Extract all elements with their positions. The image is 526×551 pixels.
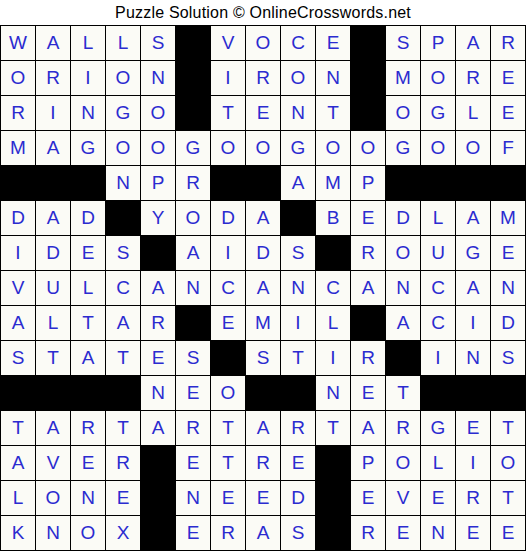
grid-cell: A (351, 271, 386, 306)
grid-cell: R (106, 446, 141, 481)
grid-cell-black (491, 166, 526, 201)
grid-cell-black (141, 236, 176, 271)
grid-cell: R (351, 341, 386, 376)
grid-cell-black (351, 306, 386, 341)
grid-cell-black (421, 166, 456, 201)
grid-cell: O (421, 61, 456, 96)
grid-cell-black (281, 201, 316, 236)
grid-cell: A (36, 201, 71, 236)
grid-cell: G (106, 96, 141, 131)
grid-cell: A (246, 201, 281, 236)
grid-cell: N (106, 166, 141, 201)
grid-cell: I (211, 236, 246, 271)
grid-cell: M (1, 131, 36, 166)
grid-cell: E (176, 376, 211, 411)
grid-cell-black (106, 376, 141, 411)
grid-cell: N (281, 271, 316, 306)
grid-cell: U (421, 236, 456, 271)
grid-cell: N (491, 271, 526, 306)
grid-cell: G (386, 131, 421, 166)
grid-cell-black (36, 166, 71, 201)
grid-cell-black (71, 166, 106, 201)
grid-cell: T (386, 376, 421, 411)
grid-cell: L (421, 446, 456, 481)
grid-cell: O (246, 26, 281, 61)
grid-cell: N (316, 376, 351, 411)
grid-cell: R (141, 306, 176, 341)
grid-cell: L (456, 96, 491, 131)
grid-cell: M (386, 61, 421, 96)
grid-cell: F (491, 131, 526, 166)
grid-cell: S (491, 341, 526, 376)
grid-cell: I (211, 61, 246, 96)
grid-cell-black (316, 481, 351, 516)
grid-cell: L (421, 201, 456, 236)
grid-cell: E (491, 61, 526, 96)
grid-cell: D (386, 201, 421, 236)
grid-cell: N (421, 516, 456, 551)
grid-cell: E (456, 516, 491, 551)
grid-cell: U (36, 271, 71, 306)
grid-cell: A (456, 201, 491, 236)
grid-cell: E (456, 411, 491, 446)
grid-cell: A (71, 341, 106, 376)
grid-cell-black (176, 26, 211, 61)
grid-cell: M (246, 306, 281, 341)
grid-cell: M (491, 201, 526, 236)
grid-cell: A (36, 131, 71, 166)
grid-cell: V (1, 271, 36, 306)
grid-cell: O (421, 131, 456, 166)
grid-cell: E (71, 446, 106, 481)
grid-cell: O (491, 446, 526, 481)
grid-cell: E (491, 516, 526, 551)
grid-cell: P (351, 446, 386, 481)
grid-cell: E (141, 341, 176, 376)
grid-cell: V (36, 446, 71, 481)
grid-cell: O (141, 131, 176, 166)
grid-cell-black (316, 446, 351, 481)
grid-cell: N (71, 96, 106, 131)
grid-cell: I (71, 61, 106, 96)
grid-cell: P (351, 166, 386, 201)
grid-cell: E (246, 481, 281, 516)
grid-cell: O (211, 131, 246, 166)
grid-cell: R (176, 411, 211, 446)
page-title: Puzzle Solution © OnlineCrosswords.net (0, 0, 526, 25)
grid-cell: N (316, 61, 351, 96)
grid-cell: A (106, 306, 141, 341)
grid-cell: R (491, 26, 526, 61)
grid-cell: E (211, 306, 246, 341)
grid-cell: N (176, 271, 211, 306)
grid-cell: I (281, 306, 316, 341)
grid-cell: N (36, 516, 71, 551)
grid-cell: V (211, 26, 246, 61)
grid-cell: E (386, 516, 421, 551)
grid-cell: I (1, 236, 36, 271)
grid-cell-black (141, 481, 176, 516)
grid-cell: O (281, 61, 316, 96)
grid-cell: I (316, 341, 351, 376)
grid-cell: T (211, 411, 246, 446)
grid-cell: M (316, 166, 351, 201)
grid-cell: R (246, 61, 281, 96)
grid-cell: G (456, 236, 491, 271)
grid-cell: R (36, 61, 71, 96)
grid-cell: P (141, 166, 176, 201)
grid-cell: R (351, 516, 386, 551)
grid-cell: E (246, 96, 281, 131)
grid-cell: S (106, 236, 141, 271)
grid-cell: T (36, 341, 71, 376)
grid-cell-black (246, 376, 281, 411)
grid-cell-black (316, 236, 351, 271)
grid-cell: A (246, 516, 281, 551)
grid-cell: E (316, 26, 351, 61)
grid-cell: L (71, 26, 106, 61)
grid-cell: O (211, 376, 246, 411)
grid-cell: R (1, 96, 36, 131)
grid-cell: A (36, 411, 71, 446)
grid-cell: L (1, 481, 36, 516)
grid-cell-black (386, 166, 421, 201)
grid-cell: I (36, 96, 71, 131)
grid-cell: O (316, 131, 351, 166)
grid-cell: S (281, 516, 316, 551)
grid-cell: I (456, 446, 491, 481)
grid-cell-black (71, 376, 106, 411)
grid-cell-black (351, 61, 386, 96)
grid-cell: C (421, 271, 456, 306)
grid-cell: R (176, 166, 211, 201)
grid-cell: E (176, 516, 211, 551)
grid-cell: A (456, 26, 491, 61)
grid-cell: A (281, 166, 316, 201)
grid-cell: E (491, 96, 526, 131)
puzzle-solution-page: Puzzle Solution © OnlineCrosswords.net W… (0, 0, 526, 551)
grid-cell: L (36, 306, 71, 341)
grid-cell: N (176, 481, 211, 516)
grid-cell: D (71, 201, 106, 236)
grid-cell: A (351, 411, 386, 446)
grid-cell: P (421, 26, 456, 61)
grid-cell: T (1, 411, 36, 446)
grid-cell-black (456, 166, 491, 201)
grid-cell: V (386, 481, 421, 516)
grid-cell: T (211, 96, 246, 131)
grid-cell: S (141, 26, 176, 61)
grid-cell: T (316, 96, 351, 131)
grid-cell: R (71, 411, 106, 446)
grid-cell: D (491, 306, 526, 341)
grid-cell: C (106, 271, 141, 306)
grid-cell-black (176, 96, 211, 131)
grid-cell: T (281, 341, 316, 376)
grid-cell: O (246, 131, 281, 166)
grid-cell: C (281, 26, 316, 61)
grid-cell: C (316, 271, 351, 306)
grid-cell: L (106, 26, 141, 61)
grid-cell-black (176, 61, 211, 96)
grid-cell-black (211, 341, 246, 376)
grid-cell: G (421, 96, 456, 131)
grid-cell: O (106, 61, 141, 96)
grid-cell-black (176, 306, 211, 341)
grid-cell: D (211, 201, 246, 236)
grid-cell: R (386, 411, 421, 446)
grid-cell: R (211, 516, 246, 551)
grid-cell-black (386, 341, 421, 376)
grid-cell: I (421, 341, 456, 376)
grid-cell: A (36, 26, 71, 61)
grid-cell: D (1, 201, 36, 236)
grid-cell: O (1, 61, 36, 96)
grid-cell: S (176, 341, 211, 376)
grid-cell: O (141, 96, 176, 131)
grid-cell: E (71, 236, 106, 271)
grid-cell: A (246, 411, 281, 446)
grid-cell: X (106, 516, 141, 551)
grid-cell: E (281, 446, 316, 481)
grid-cell: S (281, 236, 316, 271)
grid-cell: C (211, 271, 246, 306)
grid-cell: R (456, 61, 491, 96)
grid-cell: T (491, 481, 526, 516)
grid-cell: E (351, 376, 386, 411)
grid-cell: O (71, 516, 106, 551)
grid-cell-black (36, 376, 71, 411)
grid-cell: G (281, 131, 316, 166)
grid-cell: O (386, 96, 421, 131)
grid-cell: L (316, 306, 351, 341)
grid-cell-black (351, 26, 386, 61)
grid-cell-black (491, 376, 526, 411)
grid-cell: A (1, 306, 36, 341)
grid-cell-black (421, 376, 456, 411)
grid-cell: R (351, 236, 386, 271)
grid-cell: G (176, 131, 211, 166)
grid-cell-black (1, 376, 36, 411)
grid-cell: E (106, 481, 141, 516)
grid-cell: N (141, 376, 176, 411)
grid-cell-black (1, 166, 36, 201)
grid-cell: L (71, 271, 106, 306)
grid-cell-black (281, 376, 316, 411)
grid-cell-black (316, 516, 351, 551)
grid-cell: C (421, 306, 456, 341)
grid-cell: R (281, 411, 316, 446)
grid-cell: T (211, 446, 246, 481)
grid-cell: A (386, 306, 421, 341)
grid-cell: Y (141, 201, 176, 236)
grid-cell: E (211, 481, 246, 516)
grid-cell: E (351, 201, 386, 236)
grid-cell: N (456, 341, 491, 376)
crossword-grid: WALLSVOCESPARORIONIRONMORERINGOTENTOGLEM… (0, 25, 526, 551)
grid-cell: E (176, 446, 211, 481)
grid-cell: T (491, 411, 526, 446)
grid-cell: A (1, 446, 36, 481)
grid-cell: O (386, 446, 421, 481)
grid-cell: R (246, 446, 281, 481)
grid-cell: O (351, 131, 386, 166)
grid-cell: S (246, 341, 281, 376)
grid-cell: T (316, 411, 351, 446)
grid-cell: D (281, 481, 316, 516)
grid-cell: A (456, 271, 491, 306)
grid-cell: O (176, 201, 211, 236)
grid-cell: G (421, 411, 456, 446)
grid-cell-black (351, 96, 386, 131)
grid-cell: E (491, 236, 526, 271)
grid-cell: W (1, 26, 36, 61)
grid-cell: A (141, 271, 176, 306)
grid-cell: D (246, 236, 281, 271)
grid-cell: O (386, 236, 421, 271)
grid-cell: O (106, 131, 141, 166)
grid-cell-black (106, 201, 141, 236)
grid-cell: E (421, 481, 456, 516)
grid-cell: N (281, 96, 316, 131)
grid-cell: N (141, 61, 176, 96)
grid-cell: G (71, 131, 106, 166)
grid-cell: T (71, 306, 106, 341)
grid-cell: N (386, 271, 421, 306)
grid-cell: T (106, 341, 141, 376)
grid-cell-black (246, 166, 281, 201)
grid-cell: E (351, 481, 386, 516)
grid-cell: A (176, 236, 211, 271)
grid-cell: O (36, 481, 71, 516)
grid-cell-black (211, 166, 246, 201)
grid-cell-black (141, 446, 176, 481)
grid-cell: B (316, 201, 351, 236)
grid-cell-black (456, 376, 491, 411)
grid-cell: A (246, 271, 281, 306)
grid-cell: S (1, 341, 36, 376)
grid-cell: T (106, 411, 141, 446)
grid-cell: A (141, 411, 176, 446)
grid-cell: K (1, 516, 36, 551)
grid-cell: I (456, 306, 491, 341)
grid-cell: S (386, 26, 421, 61)
grid-cell: O (456, 131, 491, 166)
grid-cell-black (141, 516, 176, 551)
grid-cell: D (36, 236, 71, 271)
grid-cell: R (456, 481, 491, 516)
grid-cell: N (71, 481, 106, 516)
